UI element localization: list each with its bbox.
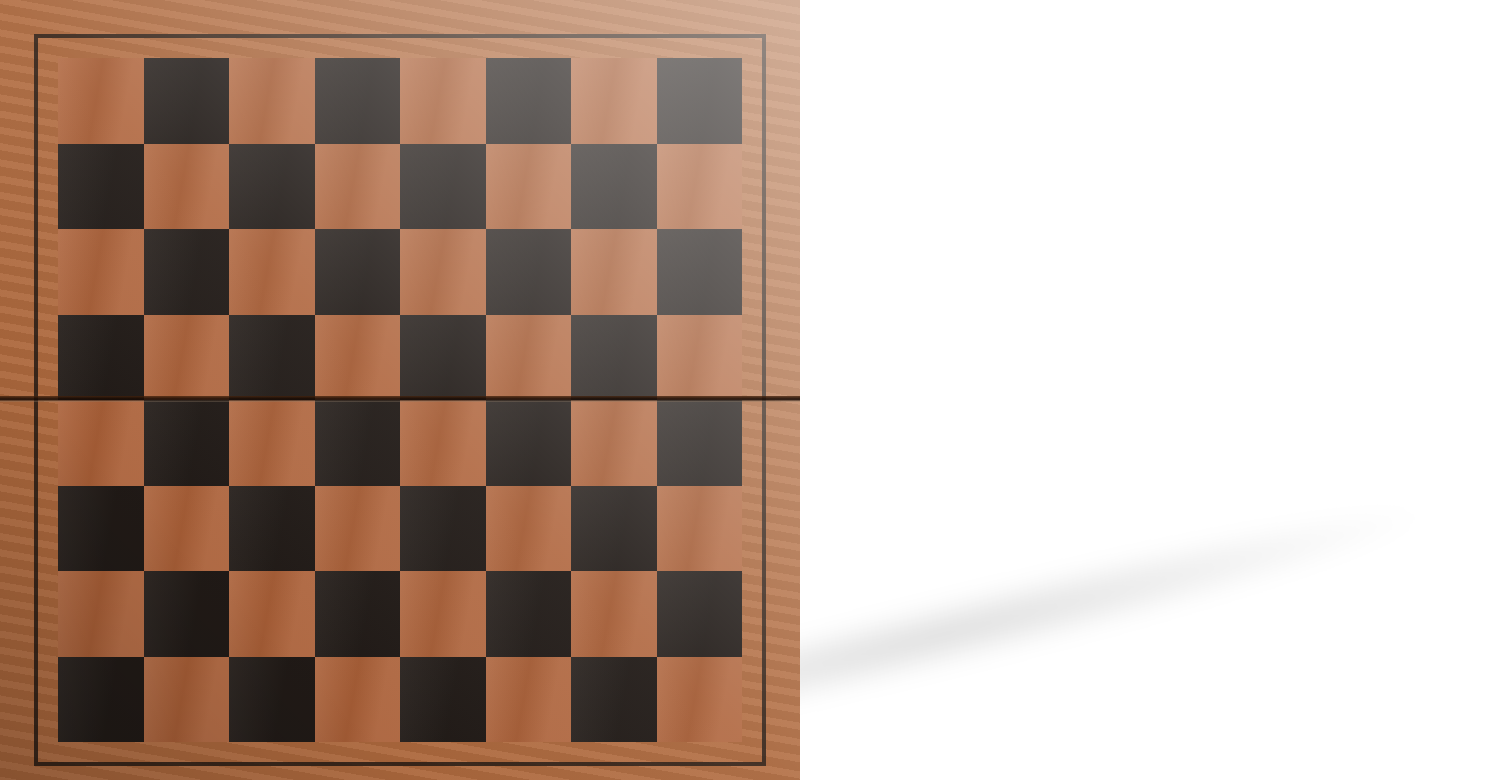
pieces-layer: ♜♞♝♛♚♝♞♜♟♟♟♟♟♟♟♟♟♟♟♟♟♟♟♟♜♞♝♛♚♝♞♜ <box>0 0 1500 780</box>
white-rook-h1[interactable]: ♜ <box>0 0 6 3</box>
chess-set-photo: ♜♞♝♛♚♝♞♜♟♟♟♟♟♟♟♟♟♟♟♟♟♟♟♟♜♞♝♛♚♝♞♜ Wooden … <box>0 0 1500 780</box>
